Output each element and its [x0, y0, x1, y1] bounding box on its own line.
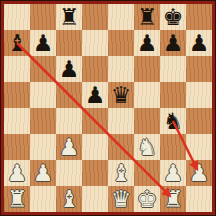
square-b6[interactable]: [30, 56, 56, 82]
square-g3[interactable]: [160, 134, 186, 160]
square-e1[interactable]: ♛: [108, 186, 134, 212]
piece-white-queen[interactable]: ♛: [111, 186, 132, 212]
square-f1[interactable]: ♚: [134, 186, 160, 212]
square-g8[interactable]: ♚: [160, 4, 186, 30]
square-e5[interactable]: ♛: [108, 82, 134, 108]
square-h7[interactable]: ♟: [186, 30, 212, 56]
piece-white-knight[interactable]: ♞: [137, 134, 158, 160]
square-c8[interactable]: ♜: [56, 4, 82, 30]
square-a1[interactable]: ♜: [4, 186, 30, 212]
square-g1[interactable]: ♜: [160, 186, 186, 212]
square-f3[interactable]: ♞: [134, 134, 160, 160]
square-a2[interactable]: ♟: [4, 160, 30, 186]
square-g5[interactable]: [160, 82, 186, 108]
square-c6[interactable]: ♟: [56, 56, 82, 82]
piece-white-king[interactable]: ♚: [137, 186, 158, 212]
square-b5[interactable]: [30, 82, 56, 108]
piece-white-pawn[interactable]: ♟: [7, 160, 28, 186]
square-d3[interactable]: [82, 134, 108, 160]
square-e4[interactable]: [108, 108, 134, 134]
square-d5[interactable]: ♟: [82, 82, 108, 108]
square-a6[interactable]: [4, 56, 30, 82]
square-c1[interactable]: ♝: [56, 186, 82, 212]
piece-black-pawn[interactable]: ♟: [33, 30, 54, 56]
square-d7[interactable]: [82, 30, 108, 56]
square-e3[interactable]: [108, 134, 134, 160]
piece-black-king[interactable]: ♚: [163, 4, 184, 30]
piece-black-knight[interactable]: ♞: [163, 108, 184, 134]
square-d6[interactable]: [82, 56, 108, 82]
square-b8[interactable]: [30, 4, 56, 30]
piece-black-rook[interactable]: ♜: [59, 4, 80, 30]
piece-black-pawn[interactable]: ♟: [85, 82, 106, 108]
square-d4[interactable]: [82, 108, 108, 134]
square-a8[interactable]: [4, 4, 30, 30]
piece-black-pawn[interactable]: ♟: [163, 30, 184, 56]
square-g2[interactable]: ♟: [160, 160, 186, 186]
square-b3[interactable]: [30, 134, 56, 160]
piece-black-bishop[interactable]: ♝: [7, 30, 28, 56]
square-e2[interactable]: ♝: [108, 160, 134, 186]
square-h3[interactable]: [186, 134, 212, 160]
square-a3[interactable]: [4, 134, 30, 160]
square-f4[interactable]: [134, 108, 160, 134]
square-g6[interactable]: [160, 56, 186, 82]
square-h1[interactable]: [186, 186, 212, 212]
piece-black-rook[interactable]: ♜: [137, 4, 158, 30]
square-f5[interactable]: [134, 82, 160, 108]
piece-black-queen[interactable]: ♛: [111, 82, 132, 108]
square-e7[interactable]: [108, 30, 134, 56]
square-e6[interactable]: [108, 56, 134, 82]
square-h2[interactable]: ♟: [186, 160, 212, 186]
chess-board-screenshot: ♜♜♚♝♟♟♟♟♟♟♛♞♟♞♟♟♝♟♟♜♝♛♚♜: [0, 0, 216, 216]
square-h6[interactable]: [186, 56, 212, 82]
square-e8[interactable]: [108, 4, 134, 30]
piece-white-rook[interactable]: ♜: [7, 186, 28, 212]
square-b4[interactable]: [30, 108, 56, 134]
square-h8[interactable]: [186, 4, 212, 30]
square-d8[interactable]: [82, 4, 108, 30]
square-h4[interactable]: [186, 108, 212, 134]
piece-white-pawn[interactable]: ♟: [163, 160, 184, 186]
piece-white-rook[interactable]: ♜: [163, 186, 184, 212]
piece-black-pawn[interactable]: ♟: [59, 56, 80, 82]
square-a7[interactable]: ♝: [4, 30, 30, 56]
square-b7[interactable]: ♟: [30, 30, 56, 56]
piece-black-pawn[interactable]: ♟: [189, 30, 210, 56]
square-f7[interactable]: ♟: [134, 30, 160, 56]
square-c4[interactable]: [56, 108, 82, 134]
square-a4[interactable]: [4, 108, 30, 134]
square-f2[interactable]: [134, 160, 160, 186]
square-d2[interactable]: [82, 160, 108, 186]
square-g4[interactable]: ♞: [160, 108, 186, 134]
square-f8[interactable]: ♜: [134, 4, 160, 30]
square-b1[interactable]: [30, 186, 56, 212]
square-c7[interactable]: [56, 30, 82, 56]
square-a5[interactable]: [4, 82, 30, 108]
square-c3[interactable]: ♟: [56, 134, 82, 160]
square-d1[interactable]: [82, 186, 108, 212]
square-c5[interactable]: [56, 82, 82, 108]
piece-black-pawn[interactable]: ♟: [137, 30, 158, 56]
square-g7[interactable]: ♟: [160, 30, 186, 56]
piece-white-pawn[interactable]: ♟: [189, 160, 210, 186]
piece-white-pawn[interactable]: ♟: [33, 160, 54, 186]
piece-white-bishop[interactable]: ♝: [111, 160, 132, 186]
chess-board: ♜♜♚♝♟♟♟♟♟♟♛♞♟♞♟♟♝♟♟♜♝♛♚♜: [4, 4, 212, 212]
piece-white-bishop[interactable]: ♝: [59, 186, 80, 212]
square-f6[interactable]: [134, 56, 160, 82]
piece-white-pawn[interactable]: ♟: [59, 134, 80, 160]
square-h5[interactable]: [186, 82, 212, 108]
square-b2[interactable]: ♟: [30, 160, 56, 186]
square-c2[interactable]: [56, 160, 82, 186]
